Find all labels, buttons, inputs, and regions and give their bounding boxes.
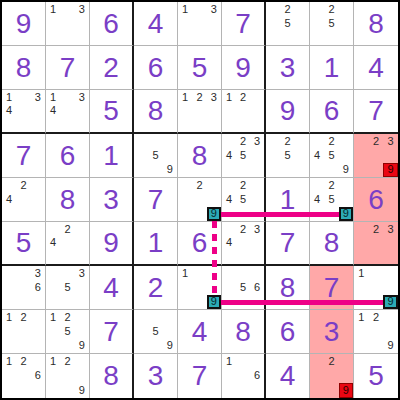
candidate-1: 1 (46, 310, 60, 324)
cell-r2c9[interactable]: 4 (354, 46, 398, 90)
candidate-5: 5 (60, 324, 74, 338)
candidate-2: 2 (369, 222, 384, 236)
candidate-3: 3 (75, 90, 89, 104)
candidate-2: 2 (324, 354, 338, 369)
candidate-1: 1 (46, 90, 60, 104)
candidate-6: 6 (31, 280, 45, 294)
cell-r6c6[interactable]: 234 (222, 222, 266, 266)
cell-r4c8[interactable]: 2459 (310, 134, 354, 178)
cell-r5c5[interactable]: 29 (178, 178, 222, 222)
cell-r8c6[interactable]: 8 (222, 310, 266, 354)
cell-r4c5[interactable]: 8 (178, 134, 222, 178)
digit: 5 (368, 362, 384, 390)
cell-r8c2[interactable]: 1259 (46, 310, 90, 354)
cell-r2c5[interactable]: 5 (178, 46, 222, 90)
eliminated-candidate-9: 9 (339, 383, 353, 398)
cell-r9c3[interactable]: 8 (90, 354, 134, 398)
cell-r9c1[interactable]: 126 (2, 354, 46, 398)
digit: 1 (324, 54, 340, 82)
cell-r6c4[interactable]: 1 (134, 222, 178, 266)
candidate-1: 1 (178, 266, 192, 280)
cell-r2c8[interactable]: 1 (310, 46, 354, 90)
candidate-2: 2 (280, 134, 294, 148)
cell-r3c2[interactable]: 134 (46, 90, 90, 134)
cell-r1c5[interactable]: 13 (178, 2, 222, 46)
cell-r1c6[interactable]: 7 (222, 2, 266, 46)
candidate-1: 1 (2, 310, 16, 324)
digit: 7 (16, 142, 32, 170)
candidate-3: 3 (75, 2, 89, 16)
digit: 8 (192, 142, 208, 170)
candidate-6: 6 (250, 369, 264, 384)
cell-r8c9[interactable]: 129 (354, 310, 398, 354)
cell-r2c2[interactable]: 7 (46, 46, 90, 90)
digit: 5 (16, 229, 32, 257)
cell-r3c9[interactable]: 7 (354, 90, 398, 134)
candidate-3: 3 (250, 134, 264, 148)
candidate-2: 2 (324, 178, 338, 192)
digit: 7 (192, 362, 208, 390)
candidate-6: 6 (31, 369, 45, 384)
candidate-1: 1 (46, 354, 60, 369)
candidate-3: 3 (31, 266, 45, 280)
candidate-5: 5 (324, 16, 338, 30)
candidate-4: 4 (46, 236, 60, 250)
chain-node-9: 9 (339, 207, 353, 221)
digit: 4 (103, 274, 119, 302)
cell-r3c4[interactable]: 8 (134, 90, 178, 134)
cell-r7c2[interactable]: 35 (46, 266, 90, 310)
candidate-4: 4 (2, 192, 16, 206)
cell-r5c9[interactable]: 6 (354, 178, 398, 222)
digit: 3 (148, 362, 164, 390)
candidate-9: 9 (163, 163, 177, 177)
cell-r5c2[interactable]: 8 (46, 178, 90, 222)
cell-r5c1[interactable]: 24 (2, 178, 46, 222)
cell-r4c2[interactable]: 6 (46, 134, 90, 178)
cell-r4c6[interactable]: 2345 (222, 134, 266, 178)
candidate-3: 3 (383, 222, 398, 236)
candidate-3: 3 (207, 90, 221, 104)
cell-r1c2[interactable]: 13 (46, 2, 90, 46)
candidate-2: 2 (369, 310, 384, 324)
cell-r1c4[interactable]: 4 (134, 2, 178, 46)
cell-r9c5[interactable]: 7 (178, 354, 222, 398)
cell-r8c8[interactable]: 3 (310, 310, 354, 354)
cell-r9c7[interactable]: 4 (266, 354, 310, 398)
candidate-2: 2 (369, 134, 384, 148)
digit: 3 (324, 318, 340, 346)
cell-r7c5[interactable]: 19 (178, 266, 222, 310)
digit: 7 (280, 229, 296, 257)
cell-r9c4[interactable]: 3 (134, 354, 178, 398)
digit: 7 (148, 186, 164, 214)
digit: 8 (235, 318, 251, 346)
candidate-2: 2 (60, 222, 74, 236)
cell-r4c3[interactable]: 1 (90, 134, 134, 178)
chain-node-9: 9 (383, 295, 398, 309)
cell-r4c1[interactable]: 7 (2, 134, 46, 178)
candidate-2: 2 (236, 222, 250, 236)
cell-r1c8[interactable]: 25 (310, 2, 354, 46)
candidate-1: 1 (178, 90, 192, 104)
candidate-1: 1 (354, 310, 369, 324)
digit: 6 (60, 142, 76, 170)
digit: 8 (368, 10, 384, 38)
digit: 7 (324, 274, 340, 302)
candidate-2: 2 (236, 90, 250, 104)
candidate-4: 4 (310, 192, 324, 206)
candidate-9: 9 (163, 339, 177, 353)
digit: 6 (148, 54, 164, 82)
cell-r6c7[interactable]: 7 (266, 222, 310, 266)
cell-r7c3[interactable]: 4 (90, 266, 134, 310)
digit: 3 (103, 186, 119, 214)
digit: 6 (324, 97, 340, 125)
cell-r6c2[interactable]: 24 (46, 222, 90, 266)
candidate-5: 5 (236, 280, 250, 294)
cell-r9c6[interactable]: 16 (222, 354, 266, 398)
cell-r1c3[interactable]: 6 (90, 2, 134, 46)
cell-r3c3[interactable]: 5 (90, 90, 134, 134)
candidate-5: 5 (280, 148, 294, 162)
digit: 5 (103, 97, 119, 125)
digit: 6 (280, 318, 296, 346)
candidate-5: 5 (148, 148, 162, 162)
cell-r1c7[interactable]: 25 (266, 2, 310, 46)
candidate-4: 4 (310, 148, 324, 162)
cell-r8c1[interactable]: 12 (2, 310, 46, 354)
digit: 4 (192, 318, 208, 346)
candidate-5: 5 (236, 148, 250, 162)
candidate-2: 2 (16, 178, 30, 192)
candidate-2: 2 (280, 2, 294, 16)
cell-r6c5[interactable]: 6 (178, 222, 222, 266)
cell-r2c7[interactable]: 3 (266, 46, 310, 90)
candidate-4: 4 (222, 148, 236, 162)
cell-r7c7[interactable]: 8 (266, 266, 310, 310)
cell-r9c8[interactable]: 29 (310, 354, 354, 398)
candidate-1: 1 (178, 2, 192, 16)
candidate-6: 6 (250, 280, 264, 294)
cell-r3c6[interactable]: 12 (222, 90, 266, 134)
digit: 6 (103, 10, 119, 38)
candidate-9: 9 (339, 163, 353, 177)
candidate-9: 9 (75, 383, 89, 398)
digit: 4 (368, 54, 384, 82)
digit: 6 (368, 186, 384, 214)
cell-r4c9[interactable]: 239 (354, 134, 398, 178)
cell-r2c6[interactable]: 9 (222, 46, 266, 90)
candidate-3: 3 (75, 266, 89, 280)
cell-r2c4[interactable]: 6 (134, 46, 178, 90)
candidate-2: 2 (324, 134, 338, 148)
digit: 7 (103, 318, 119, 346)
digit: 1 (148, 229, 164, 257)
chain-node-9: 9 (207, 207, 221, 221)
cell-r5c8[interactable]: 2459 (310, 178, 354, 222)
digit: 2 (103, 54, 119, 82)
cell-r1c9[interactable]: 8 (354, 2, 398, 46)
candidate-1: 1 (354, 266, 369, 280)
cell-r2c1[interactable]: 8 (2, 46, 46, 90)
cell-r5c4[interactable]: 7 (134, 178, 178, 222)
cell-r2c3[interactable]: 2 (90, 46, 134, 90)
cell-r8c3[interactable]: 7 (90, 310, 134, 354)
cell-r4c4[interactable]: 59 (134, 134, 178, 178)
cell-r3c1[interactable]: 134 (2, 90, 46, 134)
candidate-2: 2 (60, 310, 74, 324)
digit: 8 (280, 274, 296, 302)
cell-r8c7[interactable]: 6 (266, 310, 310, 354)
digit: 9 (235, 54, 251, 82)
candidate-5: 5 (148, 324, 162, 338)
digit: 8 (16, 54, 32, 82)
cell-r3c8[interactable]: 6 (310, 90, 354, 134)
candidate-4: 4 (46, 104, 60, 118)
candidate-1: 1 (46, 2, 60, 16)
cell-r7c6[interactable]: 56 (222, 266, 266, 310)
digit: 9 (280, 97, 296, 125)
candidate-3: 3 (207, 2, 221, 16)
digit: 8 (103, 362, 119, 390)
candidate-9: 9 (383, 339, 398, 353)
sudoku-board: 9136413725258872659314134134581231296776… (0, 0, 400, 400)
eliminated-candidate-9: 9 (383, 163, 398, 177)
candidate-1: 1 (2, 90, 16, 104)
chain-node-9: 9 (207, 295, 221, 309)
candidate-4: 4 (2, 104, 16, 118)
cell-r1c1[interactable]: 9 (2, 2, 46, 46)
candidate-9: 9 (75, 339, 89, 353)
digit: 8 (148, 97, 164, 125)
digit: 4 (280, 362, 296, 390)
digit: 8 (60, 186, 76, 214)
cell-r8c5[interactable]: 4 (178, 310, 222, 354)
digit: 6 (192, 229, 208, 257)
digit: 9 (103, 229, 119, 257)
cell-r3c5[interactable]: 123 (178, 90, 222, 134)
digit: 7 (235, 10, 251, 38)
candidate-1: 1 (2, 354, 16, 369)
candidate-3: 3 (250, 222, 264, 236)
cell-r4c7[interactable]: 25 (266, 134, 310, 178)
cell-r9c2[interactable]: 129 (46, 354, 90, 398)
digit: 7 (60, 54, 76, 82)
candidate-2: 2 (192, 90, 206, 104)
candidate-2: 2 (236, 134, 250, 148)
cell-r3c7[interactable]: 9 (266, 90, 310, 134)
candidate-2: 2 (192, 178, 206, 192)
digit: 1 (280, 186, 296, 214)
cell-r5c7[interactable]: 1 (266, 178, 310, 222)
cell-r6c9[interactable]: 23 (354, 222, 398, 266)
digit: 5 (192, 54, 208, 82)
sudoku-grid: 9136413725258872659314134134581231296776… (2, 2, 398, 398)
cell-r7c4[interactable]: 2 (134, 266, 178, 310)
digit: 9 (16, 10, 32, 38)
candidate-4: 4 (222, 192, 236, 206)
candidate-3: 3 (383, 134, 398, 148)
candidate-3: 3 (31, 90, 45, 104)
candidate-5: 5 (60, 280, 74, 294)
digit: 4 (148, 10, 164, 38)
cell-r8c4[interactable]: 59 (134, 310, 178, 354)
cell-r5c3[interactable]: 3 (90, 178, 134, 222)
candidate-4: 4 (222, 236, 236, 250)
cell-r9c9[interactable]: 5 (354, 354, 398, 398)
candidate-5: 5 (324, 192, 338, 206)
digit: 2 (148, 274, 164, 302)
candidate-1: 1 (222, 354, 236, 369)
candidate-5: 5 (236, 192, 250, 206)
cell-r7c8[interactable]: 7 (310, 266, 354, 310)
digit: 1 (103, 142, 119, 170)
digit: 8 (324, 229, 340, 257)
digit: 7 (368, 97, 384, 125)
candidate-1: 1 (222, 90, 236, 104)
candidate-2: 2 (236, 178, 250, 192)
cell-r7c9[interactable]: 19 (354, 266, 398, 310)
candidate-2: 2 (324, 2, 338, 16)
candidate-2: 2 (60, 354, 74, 369)
candidate-2: 2 (16, 354, 30, 369)
candidate-2: 2 (16, 310, 30, 324)
cell-r6c8[interactable]: 8 (310, 222, 354, 266)
candidate-5: 5 (280, 16, 294, 30)
cell-r6c1[interactable]: 5 (2, 222, 46, 266)
cell-r6c3[interactable]: 9 (90, 222, 134, 266)
cell-r5c6[interactable]: 245 (222, 178, 266, 222)
candidate-5: 5 (324, 148, 338, 162)
cell-r7c1[interactable]: 36 (2, 266, 46, 310)
digit: 3 (280, 54, 296, 82)
